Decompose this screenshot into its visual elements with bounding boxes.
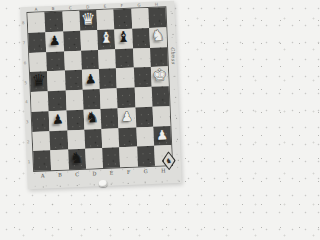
square-a1[interactable] (33, 150, 51, 170)
coord-label: F (127, 169, 131, 181)
square-e6[interactable] (98, 49, 116, 69)
white-knight[interactable]: ♞ (151, 28, 165, 44)
coord-label: B (58, 172, 62, 184)
square-b3[interactable]: ♟ (49, 110, 67, 130)
black-knight[interactable]: ♞ (70, 150, 84, 166)
square-e4[interactable] (100, 88, 118, 108)
square-f7[interactable]: ♝ (115, 28, 133, 48)
square-h2[interactable]: ♟ (153, 126, 171, 146)
black-pawn[interactable]: ♟ (48, 34, 60, 47)
square-g6[interactable] (133, 47, 151, 67)
square-a7[interactable] (28, 32, 46, 52)
coord-label: 2 (27, 139, 32, 144)
square-e5[interactable] (99, 69, 117, 89)
square-a8[interactable] (28, 12, 46, 32)
coord-label: 7 (23, 40, 28, 45)
square-g4[interactable] (134, 87, 152, 107)
coord-label: 8 (22, 20, 27, 25)
square-a2[interactable] (32, 131, 50, 151)
square-g7[interactable] (132, 28, 150, 48)
coord-label: G (137, 2, 140, 7)
playing-area: ♛♟♝♝♞♛♟♚♟♞♟♟♞ (28, 7, 172, 171)
square-d6[interactable] (81, 50, 99, 70)
coord-label: 5 (24, 80, 29, 85)
square-g2[interactable] (136, 126, 154, 146)
square-a3[interactable] (32, 111, 50, 131)
square-c5[interactable] (64, 70, 82, 90)
coord-label: 4 (25, 99, 30, 104)
square-f2[interactable] (119, 127, 137, 147)
square-h8[interactable] (148, 7, 166, 27)
black-knight[interactable]: ♞ (85, 110, 99, 126)
square-f5[interactable] (116, 68, 134, 88)
square-h4[interactable] (151, 86, 169, 106)
black-pawn[interactable]: ♟ (85, 72, 97, 85)
square-h3[interactable] (152, 106, 170, 126)
square-c2[interactable] (67, 129, 85, 149)
white-queen[interactable]: ♛ (81, 11, 96, 28)
square-c4[interactable] (65, 90, 83, 110)
square-f6[interactable] (115, 48, 133, 68)
coord-label: E (110, 170, 114, 182)
square-f4[interactable] (117, 88, 135, 108)
square-d8[interactable]: ♛ (79, 10, 97, 30)
coord-label: 6 (23, 60, 28, 65)
white-pawn[interactable]: ♟ (121, 110, 133, 123)
coord-label: C (69, 5, 72, 10)
square-d2[interactable] (84, 129, 102, 149)
white-bishop[interactable]: ♝ (99, 31, 113, 47)
square-c6[interactable] (64, 50, 82, 70)
square-h7[interactable]: ♞ (149, 27, 167, 47)
black-pawn[interactable]: ♟ (52, 113, 64, 126)
square-g8[interactable] (131, 8, 149, 28)
square-b2[interactable] (50, 130, 68, 150)
brand-text: Chess (170, 47, 177, 65)
chess-board: ♛♟♝♝♞♛♟♚♟♞♟♟♞ (28, 7, 172, 171)
fallen-white-piece[interactable] (99, 180, 108, 187)
square-f8[interactable] (114, 9, 132, 29)
square-b5[interactable] (47, 71, 65, 91)
coord-label: D (92, 170, 97, 182)
square-h6[interactable] (150, 47, 168, 67)
square-d1[interactable] (85, 148, 103, 168)
square-a4[interactable] (31, 91, 49, 111)
square-b7[interactable]: ♟ (46, 31, 64, 51)
square-f3[interactable]: ♟ (118, 107, 136, 127)
square-b4[interactable] (48, 90, 66, 110)
coord-label: E (104, 4, 107, 9)
square-e8[interactable] (96, 9, 114, 29)
square-c8[interactable] (62, 11, 80, 31)
coord-label: 3 (26, 119, 31, 124)
black-bishop[interactable]: ♝ (116, 30, 130, 46)
square-c7[interactable] (63, 31, 81, 51)
coord-label: A (41, 172, 45, 184)
coord-label: G (144, 168, 148, 180)
coord-label: 1 (28, 159, 33, 164)
square-b1[interactable] (51, 150, 69, 170)
white-pawn[interactable]: ♟ (156, 128, 168, 141)
coord-label: F (121, 3, 124, 8)
square-c3[interactable] (66, 110, 84, 130)
square-d4[interactable] (83, 89, 101, 109)
square-g1[interactable] (137, 146, 155, 166)
square-g5[interactable] (133, 67, 151, 87)
square-d3[interactable]: ♞ (83, 109, 101, 129)
square-b6[interactable] (46, 51, 64, 71)
coord-label: C (75, 171, 79, 183)
square-g3[interactable] (135, 107, 153, 127)
coord-label: A (34, 7, 37, 12)
square-e7[interactable]: ♝ (97, 29, 115, 49)
coord-label: B (52, 6, 55, 11)
square-h5[interactable]: ♚ (151, 66, 169, 86)
square-d7[interactable] (80, 30, 98, 50)
square-b8[interactable] (45, 12, 63, 32)
coord-label: H (155, 2, 158, 7)
white-king[interactable]: ♚ (152, 67, 167, 84)
square-a5[interactable]: ♛ (30, 71, 48, 91)
chessboard-mat: ABCDEFGH 87654321 ♛♟♝♝♞♛♟♚♟♞♟♟♞ ABCDEFGH… (20, 1, 181, 189)
black-queen[interactable]: ♛ (31, 72, 46, 89)
square-f1[interactable] (119, 147, 137, 167)
coord-label: H (161, 167, 166, 179)
square-d5[interactable]: ♟ (82, 69, 100, 89)
square-e3[interactable] (101, 108, 119, 128)
square-c1[interactable]: ♞ (68, 149, 86, 169)
square-e2[interactable] (101, 128, 119, 148)
square-a6[interactable] (29, 52, 47, 72)
square-e1[interactable] (102, 148, 120, 168)
